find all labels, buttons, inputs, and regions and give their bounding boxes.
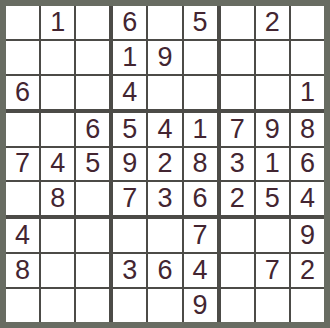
cell-r3c9[interactable]: 1 [291,76,324,109]
cell-r6c1[interactable] [6,182,39,215]
sudoku-box-r3c3: 972 [221,219,324,322]
cell-r8c5[interactable]: 6 [148,254,181,287]
cell-r5c1[interactable]: 7 [6,148,39,181]
cell-r6c4[interactable]: 7 [113,182,146,215]
cell-r2c5[interactable]: 9 [148,41,181,74]
sudoku-board: 1665194216745854192873679831625448736499… [0,0,330,328]
cell-r5c2[interactable]: 4 [41,148,74,181]
cell-r3c3[interactable] [76,76,109,109]
cell-r1c3[interactable] [76,6,109,39]
cell-r6c9[interactable]: 4 [291,182,324,215]
cell-r6c6[interactable]: 6 [184,182,217,215]
cell-r5c8[interactable]: 1 [256,148,289,181]
cell-r7c6[interactable]: 7 [184,219,217,252]
cell-r2c1[interactable] [6,41,39,74]
sudoku-box-r3c1: 48 [6,219,109,322]
cell-r8c1[interactable]: 8 [6,254,39,287]
sudoku-box-r1c1: 16 [6,6,109,109]
cell-r7c3[interactable] [76,219,109,252]
cell-r4c7[interactable]: 7 [221,113,254,146]
cell-r2c7[interactable] [221,41,254,74]
cell-r4c2[interactable] [41,113,74,146]
cell-r6c8[interactable]: 5 [256,182,289,215]
cell-r7c5[interactable] [148,219,181,252]
cell-r2c4[interactable]: 1 [113,41,146,74]
cell-r5c9[interactable]: 6 [291,148,324,181]
cell-r3c1[interactable]: 6 [6,76,39,109]
cell-r9c1[interactable] [6,289,39,322]
cell-r5c6[interactable]: 8 [184,148,217,181]
cell-r8c8[interactable]: 7 [256,254,289,287]
cell-r6c5[interactable]: 3 [148,182,181,215]
sudoku-box-r2c3: 798316254 [221,113,324,216]
cell-r1c1[interactable] [6,6,39,39]
cell-r6c7[interactable]: 2 [221,182,254,215]
sudoku-box-r1c3: 21 [221,6,324,109]
cell-r8c9[interactable]: 2 [291,254,324,287]
cell-r1c8[interactable]: 2 [256,6,289,39]
cell-r1c6[interactable]: 5 [184,6,217,39]
cell-r9c7[interactable] [221,289,254,322]
cell-r5c7[interactable]: 3 [221,148,254,181]
cell-r2c2[interactable] [41,41,74,74]
cell-r7c4[interactable] [113,219,146,252]
cell-r8c4[interactable]: 3 [113,254,146,287]
cell-r1c5[interactable] [148,6,181,39]
cell-r4c8[interactable]: 9 [256,113,289,146]
cell-r3c6[interactable] [184,76,217,109]
cell-r5c3[interactable]: 5 [76,148,109,181]
cell-r6c2[interactable]: 8 [41,182,74,215]
cell-r5c4[interactable]: 9 [113,148,146,181]
cell-r9c6[interactable]: 9 [184,289,217,322]
cell-r7c9[interactable]: 9 [291,219,324,252]
cell-r8c3[interactable] [76,254,109,287]
cell-r3c2[interactable] [41,76,74,109]
cell-r7c2[interactable] [41,219,74,252]
cell-r2c6[interactable] [184,41,217,74]
cell-r4c3[interactable]: 6 [76,113,109,146]
cell-r9c5[interactable] [148,289,181,322]
cell-r8c6[interactable]: 4 [184,254,217,287]
cell-r8c2[interactable] [41,254,74,287]
cell-r1c2[interactable]: 1 [41,6,74,39]
cell-r6c3[interactable] [76,182,109,215]
cell-r7c8[interactable] [256,219,289,252]
cell-r1c7[interactable] [221,6,254,39]
cell-r3c7[interactable] [221,76,254,109]
cell-r2c8[interactable] [256,41,289,74]
cell-r2c3[interactable] [76,41,109,74]
cell-r9c2[interactable] [41,289,74,322]
cell-r9c4[interactable] [113,289,146,322]
cell-r3c4[interactable]: 4 [113,76,146,109]
cell-r7c7[interactable] [221,219,254,252]
cell-r9c8[interactable] [256,289,289,322]
cell-r8c7[interactable] [221,254,254,287]
cell-r7c1[interactable]: 4 [6,219,39,252]
cell-r3c8[interactable] [256,76,289,109]
sudoku-box-r2c1: 67458 [6,113,109,216]
cell-r9c3[interactable] [76,289,109,322]
cell-r4c6[interactable]: 1 [184,113,217,146]
cell-r1c9[interactable] [291,6,324,39]
cell-r4c1[interactable] [6,113,39,146]
cell-r9c9[interactable] [291,289,324,322]
sudoku-box-r3c2: 73649 [113,219,216,322]
cell-r4c9[interactable]: 8 [291,113,324,146]
cell-r3c5[interactable] [148,76,181,109]
cell-r4c5[interactable]: 4 [148,113,181,146]
sudoku-box-r1c2: 65194 [113,6,216,109]
cell-r2c9[interactable] [291,41,324,74]
cell-r5c5[interactable]: 2 [148,148,181,181]
cell-r1c4[interactable]: 6 [113,6,146,39]
sudoku-box-r2c2: 541928736 [113,113,216,216]
cell-r4c4[interactable]: 5 [113,113,146,146]
